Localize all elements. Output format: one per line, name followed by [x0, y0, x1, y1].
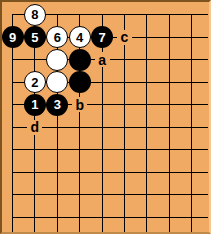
stone-white-8: 8: [24, 4, 46, 26]
stone-black-7: 7: [91, 26, 113, 48]
grid-line-horizontal: [12, 217, 208, 218]
stone-black-3: 3: [46, 94, 68, 116]
grid-line-horizontal: [12, 172, 208, 173]
stone-black: [69, 49, 91, 71]
point-label-a: a: [95, 52, 110, 67]
go-board-diagram: cabd895647213: [0, 0, 211, 234]
stone-black-5: 5: [24, 26, 46, 48]
stone-black-9: 9: [2, 26, 24, 48]
stone-white-2: 2: [24, 71, 46, 93]
stone-black-1: 1: [24, 94, 46, 116]
point-label-d: d: [27, 120, 42, 135]
stone-white: [46, 71, 68, 93]
grid-line-horizontal: [12, 59, 208, 60]
stone-black: [69, 71, 91, 93]
grid-line-vertical: [169, 14, 170, 232]
point-label-c: c: [117, 30, 132, 45]
stone-white-6: 6: [46, 26, 68, 48]
grid-line-vertical: [191, 14, 192, 232]
stone-white: [46, 49, 68, 71]
stone-white-4: 4: [69, 26, 91, 48]
grid-line-vertical: [146, 14, 147, 232]
grid-line-vertical: [124, 14, 125, 232]
go-board: cabd895647213: [2, 2, 209, 232]
point-label-b: b: [72, 97, 87, 112]
grid-line-horizontal: [12, 194, 208, 195]
grid-line-horizontal: [12, 149, 208, 150]
